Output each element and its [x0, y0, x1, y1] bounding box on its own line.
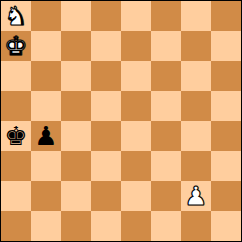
square-b5[interactable]	[31, 91, 61, 121]
square-a8[interactable]: ♞	[1, 1, 31, 31]
square-f8[interactable]	[151, 1, 181, 31]
square-e1[interactable]	[121, 211, 151, 241]
square-d5[interactable]	[91, 91, 121, 121]
square-c6[interactable]	[61, 61, 91, 91]
square-d3[interactable]	[91, 151, 121, 181]
white-king[interactable]: ♚	[4, 31, 27, 61]
white-pawn[interactable]: ♟	[184, 181, 207, 211]
square-h7[interactable]	[211, 31, 241, 61]
square-g1[interactable]	[181, 211, 211, 241]
square-g4[interactable]	[181, 121, 211, 151]
square-d4[interactable]	[91, 121, 121, 151]
square-c5[interactable]	[61, 91, 91, 121]
square-e3[interactable]	[121, 151, 151, 181]
square-g6[interactable]	[181, 61, 211, 91]
square-h5[interactable]	[211, 91, 241, 121]
square-f1[interactable]	[151, 211, 181, 241]
square-d6[interactable]	[91, 61, 121, 91]
square-b8[interactable]	[31, 1, 61, 31]
square-f2[interactable]	[151, 181, 181, 211]
square-b4[interactable]: ♟	[31, 121, 61, 151]
square-e5[interactable]	[121, 91, 151, 121]
square-a1[interactable]	[1, 211, 31, 241]
chess-board-area: ♞♚♚♟♟	[0, 0, 242, 242]
square-b3[interactable]	[31, 151, 61, 181]
square-b7[interactable]	[31, 31, 61, 61]
square-g3[interactable]	[181, 151, 211, 181]
square-h1[interactable]	[211, 211, 241, 241]
square-g5[interactable]	[181, 91, 211, 121]
square-g8[interactable]	[181, 1, 211, 31]
square-f4[interactable]	[151, 121, 181, 151]
square-a4[interactable]: ♚	[1, 121, 31, 151]
square-c2[interactable]	[61, 181, 91, 211]
square-b1[interactable]	[31, 211, 61, 241]
square-e2[interactable]	[121, 181, 151, 211]
square-g2[interactable]: ♟	[181, 181, 211, 211]
square-a7[interactable]: ♚	[1, 31, 31, 61]
square-g7[interactable]	[181, 31, 211, 61]
square-h2[interactable]	[211, 181, 241, 211]
square-b6[interactable]	[31, 61, 61, 91]
square-f7[interactable]	[151, 31, 181, 61]
square-a2[interactable]	[1, 181, 31, 211]
square-d8[interactable]	[91, 1, 121, 31]
square-f3[interactable]	[151, 151, 181, 181]
black-king[interactable]: ♚	[4, 121, 27, 151]
black-pawn[interactable]: ♟	[34, 121, 57, 151]
square-e7[interactable]	[121, 31, 151, 61]
square-f5[interactable]	[151, 91, 181, 121]
square-c8[interactable]	[61, 1, 91, 31]
square-a6[interactable]	[1, 61, 31, 91]
square-h8[interactable]	[211, 1, 241, 31]
white-knight[interactable]: ♞	[4, 1, 27, 31]
square-c3[interactable]	[61, 151, 91, 181]
square-a5[interactable]	[1, 91, 31, 121]
square-c1[interactable]	[61, 211, 91, 241]
square-d1[interactable]	[91, 211, 121, 241]
square-d7[interactable]	[91, 31, 121, 61]
square-h3[interactable]	[211, 151, 241, 181]
square-h6[interactable]	[211, 61, 241, 91]
square-c4[interactable]	[61, 121, 91, 151]
square-e6[interactable]	[121, 61, 151, 91]
chess-board: ♞♚♚♟♟	[0, 0, 242, 242]
square-c7[interactable]	[61, 31, 91, 61]
square-b2[interactable]	[31, 181, 61, 211]
square-f6[interactable]	[151, 61, 181, 91]
square-e8[interactable]	[121, 1, 151, 31]
square-e4[interactable]	[121, 121, 151, 151]
square-h4[interactable]	[211, 121, 241, 151]
square-a3[interactable]	[1, 151, 31, 181]
square-d2[interactable]	[91, 181, 121, 211]
